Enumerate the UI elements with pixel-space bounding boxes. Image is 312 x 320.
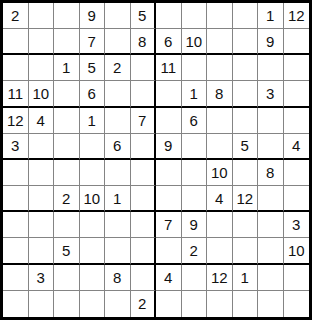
sudoku-cell-r3c5[interactable]: 2 (105, 55, 131, 81)
cell-value: 1 (241, 270, 249, 285)
sudoku-cell-r2c9[interactable] (207, 29, 233, 55)
sudoku-cell-r1c7[interactable] (156, 3, 182, 29)
sudoku-cell-r2c3[interactable] (54, 29, 80, 55)
cell-value: 6 (190, 113, 198, 128)
sudoku-cell-r3c7[interactable]: 11 (156, 55, 182, 81)
sudoku-cell-r8c9[interactable]: 4 (207, 186, 233, 212)
cell-value: 7 (88, 34, 96, 49)
sudoku-cell-r10c2[interactable] (29, 238, 55, 264)
cell-value: 10 (211, 165, 228, 180)
sudoku-cell-r3c12[interactable] (284, 55, 310, 81)
sudoku-cell-r2c12[interactable] (284, 29, 310, 55)
sudoku-cell-r8c10[interactable]: 12 (233, 186, 259, 212)
sudoku-cell-r11c1[interactable] (3, 265, 29, 291)
cell-value: 12 (211, 270, 228, 285)
sudoku-cell-r7c12[interactable] (284, 160, 310, 186)
sudoku-cell-r9c11[interactable] (258, 212, 284, 238)
sudoku-cell-r9c3[interactable] (54, 212, 80, 238)
sudoku-cell-r9c2[interactable] (29, 212, 55, 238)
sudoku-cell-r5c6[interactable]: 7 (131, 108, 157, 134)
cell-value: 11 (160, 60, 176, 75)
sudoku-cell-r11c4[interactable] (80, 265, 106, 291)
sudoku-cell-r3c10[interactable] (233, 55, 259, 81)
cell-value: 1 (62, 60, 70, 75)
sudoku-cell-r5c2[interactable]: 4 (29, 108, 55, 134)
sudoku-cell-r11c5[interactable]: 8 (105, 265, 131, 291)
sudoku-cell-r5c4[interactable]: 1 (80, 108, 106, 134)
sudoku-cell-r2c7[interactable]: 6 (156, 29, 182, 55)
cell-value: 9 (266, 34, 274, 49)
cell-value: 8 (113, 270, 121, 285)
sudoku-cell-r5c5[interactable] (105, 108, 131, 134)
cell-value: 2 (11, 8, 19, 23)
cell-value: 5 (62, 243, 70, 258)
sudoku-cell-r12c8[interactable] (182, 291, 208, 317)
cell-value: 10 (185, 34, 202, 49)
sudoku-cell-r8c6[interactable] (131, 186, 157, 212)
sudoku-cell-r9c5[interactable] (105, 212, 131, 238)
sudoku-cell-r11c2[interactable]: 3 (29, 265, 55, 291)
cell-value: 6 (88, 86, 96, 101)
sudoku-cell-r11c7[interactable]: 4 (156, 265, 182, 291)
cell-value: 8 (215, 86, 223, 101)
sudoku-cell-r8c8[interactable] (182, 186, 208, 212)
sudoku-cell-r10c5[interactable] (105, 238, 131, 264)
cell-value: 3 (292, 217, 300, 232)
cell-value: 1 (88, 113, 96, 128)
sudoku-cell-r7c2[interactable] (29, 160, 55, 186)
sudoku-cell-r6c6[interactable] (131, 134, 157, 160)
sudoku-cell-r6c8[interactable] (182, 134, 208, 160)
sudoku-cell-r6c12[interactable]: 4 (284, 134, 310, 160)
sudoku-cell-r1c4[interactable]: 9 (80, 3, 106, 29)
sudoku-cell-r12c12[interactable] (284, 291, 310, 317)
cell-value: 1 (266, 8, 274, 23)
sudoku-cell-r4c4[interactable]: 6 (80, 81, 106, 107)
sudoku-cell-r7c11[interactable]: 8 (258, 160, 284, 186)
sudoku-cell-r12c1[interactable] (3, 291, 29, 317)
cell-value: 1 (113, 191, 121, 206)
cell-value: 11 (7, 86, 23, 101)
sudoku-cell-r4c1[interactable]: 11 (3, 81, 29, 107)
sudoku-cell-r12c7[interactable] (156, 291, 182, 317)
cell-value: 2 (190, 243, 198, 258)
sudoku-cell-r10c9[interactable] (207, 238, 233, 264)
sudoku-cell-r9c6[interactable] (131, 212, 157, 238)
sudoku-cell-r6c9[interactable] (207, 134, 233, 160)
sudoku-cell-r1c2[interactable] (29, 3, 55, 29)
cell-value: 12 (288, 8, 305, 23)
sudoku-cell-r4c3[interactable] (54, 81, 80, 107)
cell-value: 8 (138, 34, 146, 49)
sudoku-cell-r2c5[interactable] (105, 29, 131, 55)
sudoku-cell-r1c12[interactable]: 12 (284, 3, 310, 29)
sudoku-cell-r12c10[interactable] (233, 291, 259, 317)
sudoku-cell-r6c3[interactable] (54, 134, 80, 160)
cell-value: 4 (37, 113, 45, 128)
sudoku-cell-r4c7[interactable] (156, 81, 182, 107)
cell-value: 9 (88, 8, 96, 23)
sudoku-cell-r8c5[interactable]: 1 (105, 186, 131, 212)
cell-value: 5 (138, 8, 146, 23)
sudoku-cell-r12c2[interactable] (29, 291, 55, 317)
sudoku-cell-r10c7[interactable] (156, 238, 182, 264)
sudoku-cell-r12c5[interactable] (105, 291, 131, 317)
sudoku-cell-r2c6[interactable]: 8 (131, 29, 157, 55)
sudoku-cell-r6c1[interactable]: 3 (3, 134, 29, 160)
sudoku-cell-r6c11[interactable] (258, 134, 284, 160)
sudoku-cell-r5c7[interactable] (156, 108, 182, 134)
sudoku-cell-r12c11[interactable] (258, 291, 284, 317)
cell-value: 12 (236, 191, 253, 206)
sudoku-cell-r5c12[interactable] (284, 108, 310, 134)
sudoku-cell-r10c12[interactable]: 10 (284, 238, 310, 264)
sudoku-cell-r11c3[interactable] (54, 265, 80, 291)
sudoku-cell-r12c6[interactable]: 2 (131, 291, 157, 317)
sudoku-cell-r1c1[interactable]: 2 (3, 3, 29, 29)
sudoku-cell-r7c9[interactable]: 10 (207, 160, 233, 186)
sudoku-cell-r3c11[interactable] (258, 55, 284, 81)
cell-value: 2 (62, 191, 70, 206)
cell-value: 9 (164, 138, 172, 153)
sudoku-cell-r6c7[interactable]: 9 (156, 134, 182, 160)
cell-value: 3 (266, 86, 274, 101)
sudoku-cell-r5c3[interactable] (54, 108, 80, 134)
sudoku-cell-r8c11[interactable] (258, 186, 284, 212)
sudoku-cell-r7c6[interactable] (131, 160, 157, 186)
sudoku-cell-r8c1[interactable] (3, 186, 29, 212)
sudoku-cell-r2c10[interactable] (233, 29, 259, 55)
sudoku-cell-r1c6[interactable]: 5 (131, 3, 157, 29)
sudoku-cell-r2c8[interactable]: 10 (182, 29, 208, 55)
sudoku-cell-r5c1[interactable]: 12 (3, 108, 29, 134)
cell-value: 3 (37, 270, 45, 285)
cell-value: 10 (32, 86, 49, 101)
sudoku-cell-r6c4[interactable] (80, 134, 106, 160)
sudoku-cell-r2c1[interactable] (3, 29, 29, 55)
sudoku-cell-r10c4[interactable] (80, 238, 106, 264)
cell-value: 4 (215, 191, 223, 206)
sudoku-cell-r4c9[interactable]: 8 (207, 81, 233, 107)
sudoku-cell-r1c9[interactable] (207, 3, 233, 29)
sudoku-cell-r4c8[interactable]: 1 (182, 81, 208, 107)
sudoku-cell-r3c8[interactable] (182, 55, 208, 81)
cell-value: 4 (292, 138, 300, 153)
sudoku-cell-r10c1[interactable] (3, 238, 29, 264)
sudoku-cell-r6c2[interactable] (29, 134, 55, 160)
cell-value: 1 (190, 86, 198, 101)
sudoku-cell-r2c4[interactable]: 7 (80, 29, 106, 55)
sudoku-cell-r4c2[interactable]: 10 (29, 81, 55, 107)
sudoku-cell-r11c10[interactable]: 1 (233, 265, 259, 291)
sudoku-cell-r11c12[interactable] (284, 265, 310, 291)
sudoku-cell-r10c6[interactable] (131, 238, 157, 264)
sudoku-cell-r5c8[interactable]: 6 (182, 108, 208, 134)
sudoku-cell-r7c7[interactable] (156, 160, 182, 186)
cell-value: 10 (288, 243, 305, 258)
sudoku-cell-r7c3[interactable] (54, 160, 80, 186)
sudoku-cell-r12c4[interactable] (80, 291, 106, 317)
sudoku-cell-r8c3[interactable]: 2 (54, 186, 80, 212)
sudoku-cell-r7c5[interactable] (105, 160, 131, 186)
cell-value: 3 (11, 138, 19, 153)
cell-value: 5 (88, 60, 96, 75)
sudoku-cell-r2c11[interactable]: 9 (258, 29, 284, 55)
sudoku-cell-r7c8[interactable] (182, 160, 208, 186)
sudoku-board: 2951127861091521111106183124176369541082… (0, 0, 312, 320)
sudoku-cell-r1c10[interactable] (233, 3, 259, 29)
sudoku-cell-r3c9[interactable] (207, 55, 233, 81)
sudoku-cell-r10c10[interactable] (233, 238, 259, 264)
cell-value: 7 (164, 217, 172, 232)
sudoku-cell-r1c8[interactable] (182, 3, 208, 29)
sudoku-cell-r4c6[interactable] (131, 81, 157, 107)
cell-value: 4 (164, 270, 172, 285)
sudoku-cell-r4c11[interactable]: 3 (258, 81, 284, 107)
sudoku-cell-r3c6[interactable] (131, 55, 157, 81)
sudoku-cell-r12c9[interactable] (207, 291, 233, 317)
sudoku-cell-r8c7[interactable] (156, 186, 182, 212)
sudoku-cell-r2c2[interactable] (29, 29, 55, 55)
sudoku-cell-r4c5[interactable] (105, 81, 131, 107)
sudoku-cell-r1c3[interactable] (54, 3, 80, 29)
cell-value: 7 (138, 113, 146, 128)
sudoku-cell-r4c12[interactable] (284, 81, 310, 107)
sudoku-cell-r9c8[interactable]: 9 (182, 212, 208, 238)
sudoku-cell-r9c7[interactable]: 7 (156, 212, 182, 238)
cell-value: 5 (241, 138, 249, 153)
sudoku-cell-r7c1[interactable] (3, 160, 29, 186)
sudoku-cell-r11c9[interactable]: 12 (207, 265, 233, 291)
sudoku-cell-r9c1[interactable] (3, 212, 29, 238)
cell-value: 6 (164, 34, 172, 49)
sudoku-cell-r5c11[interactable] (258, 108, 284, 134)
sudoku-cell-r6c5[interactable]: 6 (105, 134, 131, 160)
sudoku-cell-r9c10[interactable] (233, 212, 259, 238)
sudoku-cell-r10c3[interactable]: 5 (54, 238, 80, 264)
sudoku-cell-r5c9[interactable] (207, 108, 233, 134)
sudoku-cell-r9c12[interactable]: 3 (284, 212, 310, 238)
sudoku-cell-r8c12[interactable] (284, 186, 310, 212)
sudoku-cell-r8c2[interactable] (29, 186, 55, 212)
sudoku-cell-r1c5[interactable] (105, 3, 131, 29)
cell-value: 2 (113, 60, 121, 75)
sudoku-cell-r7c10[interactable] (233, 160, 259, 186)
sudoku-cell-r5c10[interactable] (233, 108, 259, 134)
sudoku-cell-r10c8[interactable]: 2 (182, 238, 208, 264)
sudoku-cell-r10c11[interactable] (258, 238, 284, 264)
sudoku-cell-r6c10[interactable]: 5 (233, 134, 259, 160)
sudoku-cell-r1c11[interactable]: 1 (258, 3, 284, 29)
sudoku-cell-r3c2[interactable] (29, 55, 55, 81)
sudoku-cell-r7c4[interactable] (80, 160, 106, 186)
cell-value: 12 (7, 113, 24, 128)
sudoku-cell-r11c11[interactable] (258, 265, 284, 291)
sudoku-cell-r3c3[interactable]: 1 (54, 55, 80, 81)
sudoku-cell-r4c10[interactable] (233, 81, 259, 107)
sudoku-cell-r3c4[interactable]: 5 (80, 55, 106, 81)
sudoku-cell-r9c9[interactable] (207, 212, 233, 238)
sudoku-cell-r11c6[interactable] (131, 265, 157, 291)
sudoku-cell-r8c4[interactable]: 10 (80, 186, 106, 212)
cell-value: 6 (113, 138, 121, 153)
cell-value: 10 (83, 191, 100, 206)
sudoku-cell-r11c8[interactable] (182, 265, 208, 291)
cell-value: 9 (190, 217, 198, 232)
cell-value: 8 (266, 165, 274, 180)
sudoku-cell-r12c3[interactable] (54, 291, 80, 317)
sudoku-cell-r9c4[interactable] (80, 212, 106, 238)
cell-value: 2 (138, 296, 146, 311)
sudoku-cell-r3c1[interactable] (3, 55, 29, 81)
